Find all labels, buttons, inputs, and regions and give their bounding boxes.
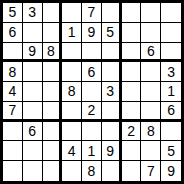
cell-r7c8[interactable]: 8 bbox=[141, 122, 161, 142]
cell-r6c8[interactable] bbox=[141, 102, 161, 122]
cell-r4c2[interactable] bbox=[23, 62, 43, 82]
cell-r9c1[interactable] bbox=[3, 161, 23, 181]
cell-r3c8[interactable]: 6 bbox=[141, 43, 161, 63]
cell-r1c9[interactable] bbox=[161, 3, 181, 23]
cell-r7c9[interactable] bbox=[161, 122, 181, 142]
cell-r4c5[interactable]: 6 bbox=[82, 62, 102, 82]
cell-r3c5[interactable] bbox=[82, 43, 102, 63]
cell-r4c7[interactable] bbox=[122, 62, 142, 82]
cell-r7c2[interactable]: 6 bbox=[23, 122, 43, 142]
cell-r1c8[interactable] bbox=[141, 3, 161, 23]
cell-r3c9[interactable] bbox=[161, 43, 181, 63]
cell-r9c6[interactable] bbox=[102, 161, 122, 181]
cell-r4c9[interactable]: 3 bbox=[161, 62, 181, 82]
cell-r8c3[interactable] bbox=[43, 141, 63, 161]
cell-r1c7[interactable] bbox=[122, 3, 142, 23]
cell-r8c1[interactable] bbox=[3, 141, 23, 161]
cell-r4c8[interactable] bbox=[141, 62, 161, 82]
cell-r3c4[interactable] bbox=[62, 43, 82, 63]
cell-r6c5[interactable]: 2 bbox=[82, 102, 102, 122]
cell-r4c3[interactable] bbox=[43, 62, 63, 82]
cell-r7c7[interactable]: 2 bbox=[122, 122, 142, 142]
cell-r9c9[interactable]: 9 bbox=[161, 161, 181, 181]
cell-r4c6[interactable] bbox=[102, 62, 122, 82]
cell-r2c2[interactable] bbox=[23, 23, 43, 43]
cell-r5c4[interactable]: 8 bbox=[62, 82, 82, 102]
cell-r1c3[interactable] bbox=[43, 3, 63, 23]
cell-r1c1[interactable]: 5 bbox=[3, 3, 23, 23]
cell-r2c3[interactable] bbox=[43, 23, 63, 43]
cell-r1c2[interactable]: 3 bbox=[23, 3, 43, 23]
cell-r3c1[interactable] bbox=[3, 43, 23, 63]
cell-r1c4[interactable] bbox=[62, 3, 82, 23]
cell-r6c2[interactable] bbox=[23, 102, 43, 122]
cell-r3c3[interactable]: 8 bbox=[43, 43, 63, 63]
cell-r5c6[interactable]: 3 bbox=[102, 82, 122, 102]
cell-r6c7[interactable] bbox=[122, 102, 142, 122]
cell-r2c4[interactable]: 1 bbox=[62, 23, 82, 43]
cell-r9c4[interactable] bbox=[62, 161, 82, 181]
cell-r1c5[interactable]: 7 bbox=[82, 3, 102, 23]
cell-r2c5[interactable]: 9 bbox=[82, 23, 102, 43]
cell-r7c1[interactable] bbox=[3, 122, 23, 142]
cell-r2c8[interactable] bbox=[141, 23, 161, 43]
cell-r3c6[interactable] bbox=[102, 43, 122, 63]
cell-r6c6[interactable] bbox=[102, 102, 122, 122]
cell-r8c6[interactable]: 9 bbox=[102, 141, 122, 161]
cell-r5c7[interactable] bbox=[122, 82, 142, 102]
cell-r2c6[interactable]: 5 bbox=[102, 23, 122, 43]
cell-r6c1[interactable]: 7 bbox=[3, 102, 23, 122]
cell-r7c6[interactable] bbox=[102, 122, 122, 142]
cell-r9c7[interactable] bbox=[122, 161, 142, 181]
cell-r1c6[interactable] bbox=[102, 3, 122, 23]
cell-r8c5[interactable]: 1 bbox=[82, 141, 102, 161]
cell-r9c5[interactable]: 8 bbox=[82, 161, 102, 181]
cell-r2c7[interactable] bbox=[122, 23, 142, 43]
cell-r4c1[interactable]: 8 bbox=[3, 62, 23, 82]
sudoku-board: 537619598686348317266284195879 bbox=[0, 0, 184, 184]
cell-r6c9[interactable]: 6 bbox=[161, 102, 181, 122]
cell-r7c5[interactable] bbox=[82, 122, 102, 142]
cell-r4c4[interactable] bbox=[62, 62, 82, 82]
cell-r6c4[interactable] bbox=[62, 102, 82, 122]
cell-r9c8[interactable]: 7 bbox=[141, 161, 161, 181]
cell-r5c2[interactable] bbox=[23, 82, 43, 102]
cell-r5c8[interactable] bbox=[141, 82, 161, 102]
cell-r3c7[interactable] bbox=[122, 43, 142, 63]
cell-r3c2[interactable]: 9 bbox=[23, 43, 43, 63]
cell-r7c4[interactable] bbox=[62, 122, 82, 142]
cell-r9c2[interactable] bbox=[23, 161, 43, 181]
cell-r8c7[interactable] bbox=[122, 141, 142, 161]
cell-r5c3[interactable] bbox=[43, 82, 63, 102]
cell-r5c1[interactable]: 4 bbox=[3, 82, 23, 102]
cell-r2c1[interactable]: 6 bbox=[3, 23, 23, 43]
cell-r5c9[interactable]: 1 bbox=[161, 82, 181, 102]
cell-r2c9[interactable] bbox=[161, 23, 181, 43]
cell-r5c5[interactable] bbox=[82, 82, 102, 102]
cell-r6c3[interactable] bbox=[43, 102, 63, 122]
cell-r8c9[interactable]: 5 bbox=[161, 141, 181, 161]
cell-r8c4[interactable]: 4 bbox=[62, 141, 82, 161]
cell-r8c8[interactable] bbox=[141, 141, 161, 161]
cell-r9c3[interactable] bbox=[43, 161, 63, 181]
cell-r8c2[interactable] bbox=[23, 141, 43, 161]
cell-r7c3[interactable] bbox=[43, 122, 63, 142]
